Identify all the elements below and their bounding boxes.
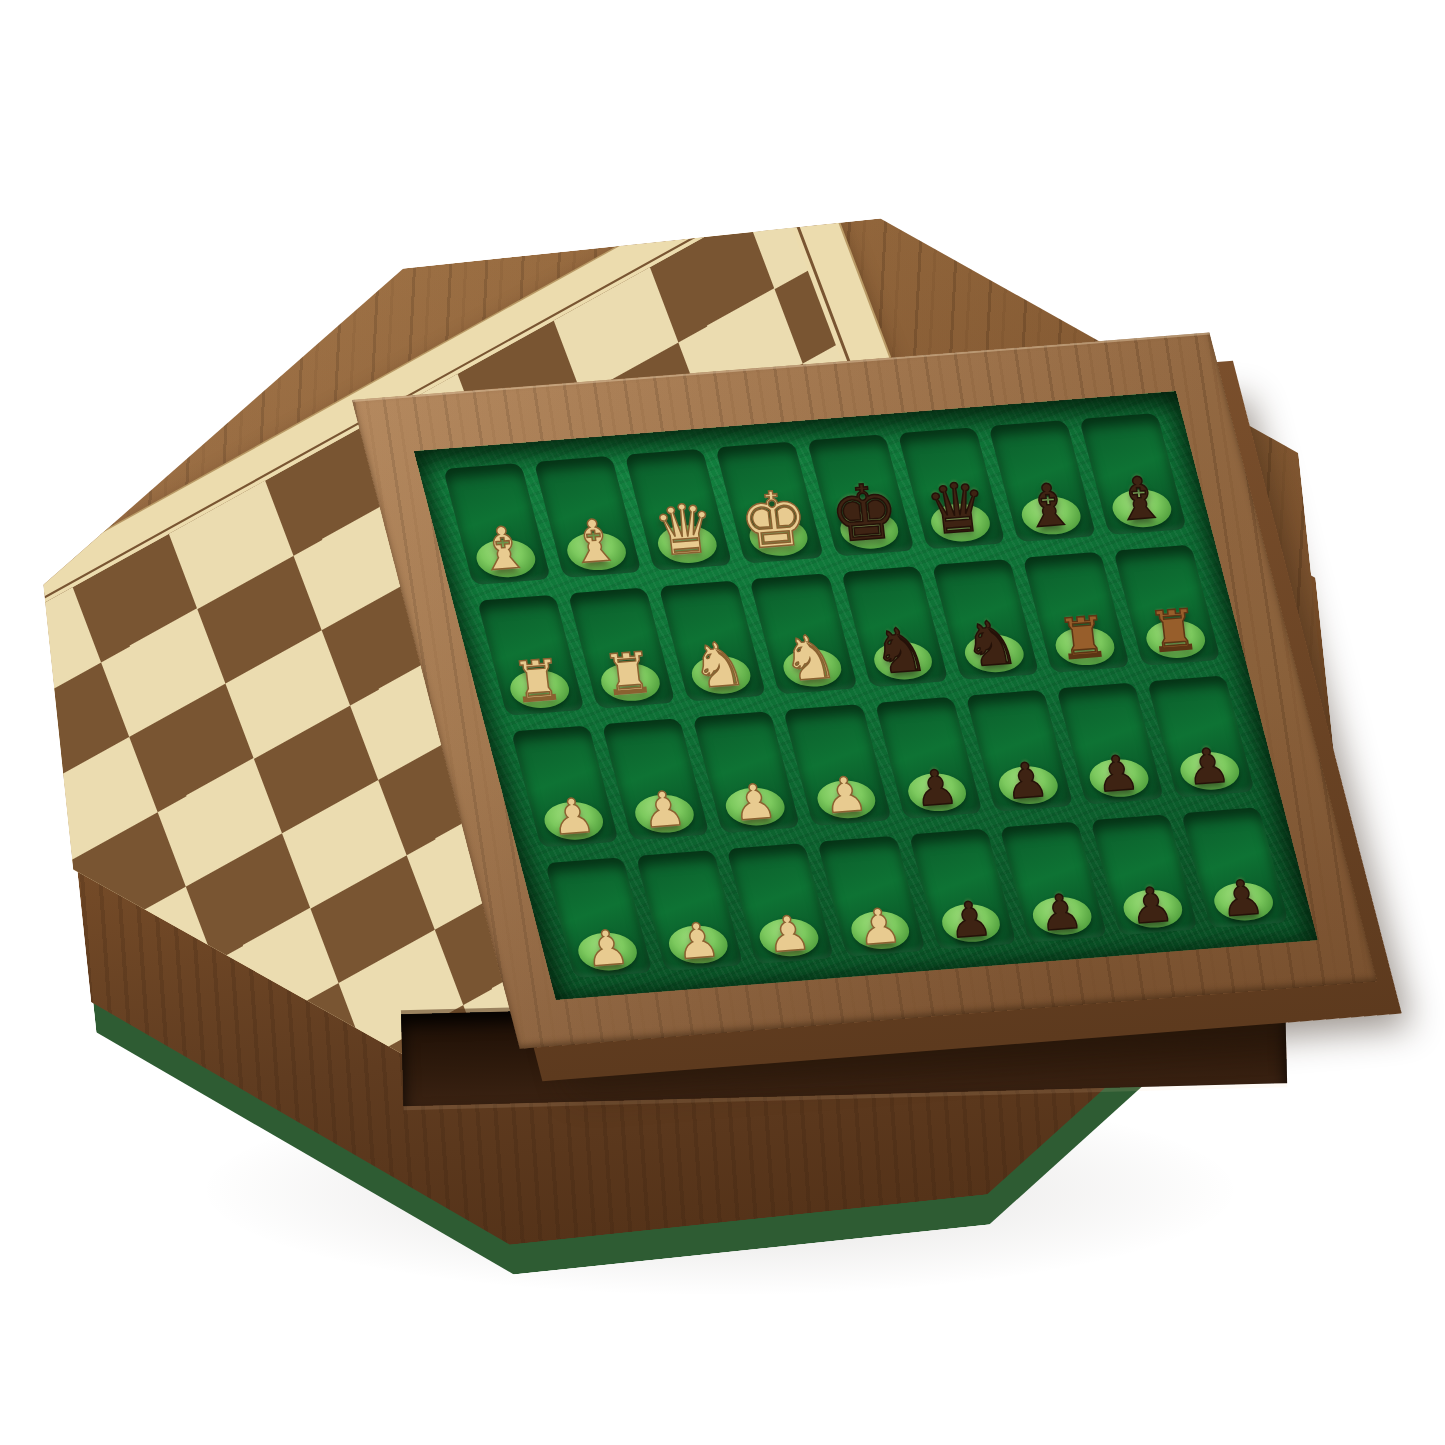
- tray-cell: ♟: [1181, 807, 1289, 929]
- piece-black-queen: ♛: [923, 476, 991, 543]
- piece-white-pawn: ♟: [764, 910, 812, 957]
- tray-cell: ♝: [1079, 413, 1187, 535]
- tray-cell: ♛: [625, 449, 733, 571]
- tray-cell: ♚: [806, 434, 914, 556]
- piece-black-knight: ♞: [961, 613, 1022, 673]
- piece-white-pawn: ♟: [821, 771, 869, 818]
- tray-cell: ♟: [1090, 814, 1198, 936]
- piece-white-rook: ♜: [510, 654, 566, 709]
- tray-cell: ♟: [874, 697, 982, 819]
- piece-black-bishop: ♝: [1111, 471, 1169, 528]
- tray-cell: ♟: [817, 835, 925, 957]
- piece-black-bishop: ♝: [1020, 478, 1078, 535]
- piece-white-pawn: ♟: [673, 917, 721, 964]
- tray-cell: ♟: [693, 711, 801, 833]
- tray-cell: ♟: [999, 821, 1107, 943]
- tray-cell: ♜: [568, 587, 676, 709]
- piece-white-rook: ♜: [601, 647, 657, 702]
- tray-cell: ♞: [750, 573, 858, 695]
- piece-black-pawn: ♟: [1003, 757, 1051, 804]
- piece-white-king: ♚: [736, 482, 812, 557]
- piece-white-pawn: ♟: [583, 924, 631, 971]
- piece-black-pawn: ♟: [946, 895, 994, 942]
- piece-black-pawn: ♟: [1219, 874, 1267, 921]
- piece-white-knight: ♞: [688, 635, 749, 695]
- piece-black-pawn: ♟: [1185, 743, 1233, 790]
- piece-white-pawn: ♟: [640, 786, 688, 833]
- tray-felt: ♝♝♛♚♚♛♝♝♜♜♞♞♞♞♜♜♟♟♟♟♟♟♟♟♟♟♟♟♟♟♟♟: [414, 391, 1318, 1000]
- piece-black-rook: ♜: [1146, 604, 1202, 659]
- tray-cell: ♝: [534, 456, 642, 578]
- piece-white-bishop: ♝: [565, 514, 623, 571]
- piece-white-pawn: ♟: [730, 778, 778, 825]
- tray-cell: ♟: [1056, 683, 1164, 805]
- piece-black-pawn: ♟: [1037, 888, 1085, 935]
- tray-cell: ♟: [511, 725, 619, 847]
- tray-cell: ♟: [727, 842, 835, 964]
- tray-cell: ♜: [477, 594, 585, 716]
- piece-tray-grid: ♝♝♛♚♚♛♝♝♜♜♞♞♞♞♜♜♟♟♟♟♟♟♟♟♟♟♟♟♟♟♟♟: [443, 413, 1288, 978]
- tray-cell: ♛: [897, 427, 1005, 549]
- tray-cell: ♟: [908, 828, 1016, 950]
- piece-white-knight: ♞: [779, 628, 840, 688]
- piece-white-queen: ♛: [650, 497, 718, 564]
- storage-tray: ♝♝♛♚♚♛♝♝♜♜♞♞♞♞♜♜♟♟♟♟♟♟♟♟♟♟♟♟♟♟♟♟: [352, 333, 1377, 1049]
- tray-cell: ♟: [965, 690, 1073, 812]
- tray-cell: ♝: [988, 420, 1096, 542]
- tray-cell: ♜: [1022, 551, 1130, 673]
- tray-cell: ♞: [931, 558, 1039, 680]
- piece-black-pawn: ♟: [1094, 750, 1142, 797]
- piece-black-pawn: ♟: [912, 764, 960, 811]
- piece-white-bishop: ♝: [475, 521, 533, 578]
- piece-black-king: ♚: [827, 475, 903, 550]
- tray-cell: ♜: [1113, 544, 1221, 666]
- piece-black-knight: ♞: [870, 621, 931, 681]
- piece-white-pawn: ♟: [855, 903, 903, 950]
- product-photo-scene: ♝♝♛♚♚♛♝♝♜♜♞♞♞♞♜♜♟♟♟♟♟♟♟♟♟♟♟♟♟♟♟♟ Octagon…: [0, 0, 1445, 1445]
- tray-cell: ♞: [840, 566, 948, 688]
- tray-cell: ♚: [716, 441, 824, 563]
- tray-cell: ♟: [602, 718, 710, 840]
- tray-cell: ♟: [1147, 675, 1255, 797]
- tray-cell: ♟: [545, 857, 653, 979]
- piece-white-pawn: ♟: [549, 793, 597, 840]
- tray-cell: ♟: [636, 850, 744, 972]
- piece-black-rook: ♜: [1055, 611, 1111, 666]
- tray-cell: ♝: [443, 463, 551, 585]
- piece-black-pawn: ♟: [1128, 881, 1176, 928]
- tray-cell: ♞: [659, 580, 767, 702]
- tray-cell: ♟: [784, 704, 892, 826]
